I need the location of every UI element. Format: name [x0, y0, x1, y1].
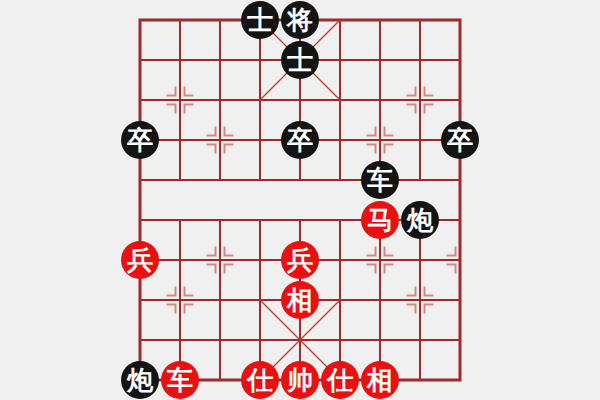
piece-red-advisor[interactable]: 仕 — [321, 361, 359, 399]
piece-red-horse[interactable]: 马 — [361, 201, 399, 239]
piece-black-soldier[interactable]: 卒 — [281, 121, 319, 159]
piece-black-advisor[interactable]: 士 — [241, 1, 279, 39]
piece-black-soldier[interactable]: 卒 — [121, 121, 159, 159]
piece-red-soldier[interactable]: 兵 — [281, 241, 319, 279]
piece-black-cannon[interactable]: 炮 — [121, 361, 159, 399]
piece-red-elephant[interactable]: 相 — [361, 361, 399, 399]
xiangqi-board: 士将士卒卒卒车马炮兵兵相炮车仕帅仕相 — [120, 0, 480, 400]
piece-black-cannon[interactable]: 炮 — [401, 201, 439, 239]
piece-black-general[interactable]: 将 — [281, 1, 319, 39]
xiangqi-app: 士将士卒卒卒车马炮兵兵相炮车仕帅仕相 — [0, 0, 600, 400]
piece-red-soldier[interactable]: 兵 — [121, 241, 159, 279]
piece-red-chariot[interactable]: 车 — [161, 361, 199, 399]
piece-black-chariot[interactable]: 车 — [361, 161, 399, 199]
piece-red-general[interactable]: 帅 — [281, 361, 319, 399]
piece-red-elephant[interactable]: 相 — [281, 281, 319, 319]
piece-black-advisor[interactable]: 士 — [281, 41, 319, 79]
piece-black-soldier[interactable]: 卒 — [441, 121, 479, 159]
piece-red-advisor[interactable]: 仕 — [241, 361, 279, 399]
pieces-layer: 士将士卒卒卒车马炮兵兵相炮车仕帅仕相 — [120, 0, 480, 400]
